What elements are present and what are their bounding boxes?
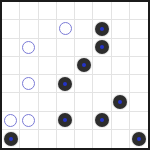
white-circle-clue	[4, 114, 17, 127]
black-circle-center-dot	[118, 100, 122, 104]
board-cell-r3c1[interactable]	[2, 39, 20, 57]
white-circle-clue	[59, 22, 72, 35]
board-cell-r7c8[interactable]	[130, 112, 148, 130]
board-cell-r5c2[interactable]	[20, 75, 38, 93]
black-circle-center-dot	[100, 118, 104, 122]
board-cell-r8c5[interactable]	[75, 130, 93, 148]
puzzle-stage	[0, 0, 150, 150]
board-cell-r3c5[interactable]	[75, 39, 93, 57]
white-circle-clue	[22, 114, 35, 127]
board-cell-r2c3[interactable]	[39, 20, 57, 38]
black-circle-clue	[95, 40, 109, 54]
board-cell-r6c1[interactable]	[2, 93, 20, 111]
board-cell-r4c5[interactable]	[75, 57, 93, 75]
board-cell-r7c1[interactable]	[2, 112, 20, 130]
board-cell-r4c8[interactable]	[130, 57, 148, 75]
board-cell-r6c4[interactable]	[57, 93, 75, 111]
board-cell-r6c8[interactable]	[130, 93, 148, 111]
black-circle-center-dot	[63, 82, 67, 86]
board-cell-r8c3[interactable]	[39, 130, 57, 148]
board-cell-r1c5[interactable]	[75, 2, 93, 20]
black-circle-clue	[95, 113, 109, 127]
board-cell-r7c5[interactable]	[75, 112, 93, 130]
board-cell-r4c1[interactable]	[2, 57, 20, 75]
white-circle-clue	[22, 77, 35, 90]
board-cell-r6c6[interactable]	[93, 93, 111, 111]
board-cell-r5c6[interactable]	[93, 75, 111, 93]
board-cell-r5c7[interactable]	[112, 75, 130, 93]
board-cell-r3c8[interactable]	[130, 39, 148, 57]
board-cell-r2c6[interactable]	[93, 20, 111, 38]
board-cell-r3c7[interactable]	[112, 39, 130, 57]
masyu-board	[0, 0, 150, 150]
board-cell-r5c4[interactable]	[57, 75, 75, 93]
board-cell-r1c1[interactable]	[2, 2, 20, 20]
board-cell-r5c3[interactable]	[39, 75, 57, 93]
board-cell-r1c2[interactable]	[20, 2, 38, 20]
board-cell-r1c7[interactable]	[112, 2, 130, 20]
board-cell-r8c8[interactable]	[130, 130, 148, 148]
black-circle-center-dot	[137, 137, 141, 141]
board-cell-r3c6[interactable]	[93, 39, 111, 57]
board-cell-r8c2[interactable]	[20, 130, 38, 148]
board-cell-r1c8[interactable]	[130, 2, 148, 20]
board-cell-r2c5[interactable]	[75, 20, 93, 38]
board-cell-r3c4[interactable]	[57, 39, 75, 57]
black-circle-clue	[58, 113, 72, 127]
board-cell-r6c7[interactable]	[112, 93, 130, 111]
board-cell-r7c3[interactable]	[39, 112, 57, 130]
board-cell-r7c6[interactable]	[93, 112, 111, 130]
black-circle-clue	[113, 95, 127, 109]
board-cell-r7c7[interactable]	[112, 112, 130, 130]
black-circle-center-dot	[100, 27, 104, 31]
board-cell-r8c4[interactable]	[57, 130, 75, 148]
board-cell-r6c2[interactable]	[20, 93, 38, 111]
board-cell-r4c4[interactable]	[57, 57, 75, 75]
board-cell-r5c8[interactable]	[130, 75, 148, 93]
board-cell-r1c3[interactable]	[39, 2, 57, 20]
board-cell-r6c3[interactable]	[39, 93, 57, 111]
board-cell-r2c4[interactable]	[57, 20, 75, 38]
board-cell-r2c8[interactable]	[130, 20, 148, 38]
board-cell-r7c2[interactable]	[20, 112, 38, 130]
white-circle-clue	[22, 41, 35, 54]
board-cell-r8c6[interactable]	[93, 130, 111, 148]
black-circle-clue	[132, 132, 146, 146]
board-cell-r3c3[interactable]	[39, 39, 57, 57]
board-cell-r2c2[interactable]	[20, 20, 38, 38]
black-circle-center-dot	[100, 45, 104, 49]
board-cell-r6c5[interactable]	[75, 93, 93, 111]
black-circle-clue	[77, 58, 91, 72]
black-circle-clue	[4, 132, 18, 146]
board-cell-r2c7[interactable]	[112, 20, 130, 38]
board-cell-r5c1[interactable]	[2, 75, 20, 93]
board-cell-r2c1[interactable]	[2, 20, 20, 38]
black-circle-center-dot	[9, 137, 13, 141]
board-cell-r4c6[interactable]	[93, 57, 111, 75]
black-circle-center-dot	[82, 63, 86, 67]
black-circle-clue	[58, 77, 72, 91]
black-circle-center-dot	[63, 118, 67, 122]
board-cell-r4c2[interactable]	[20, 57, 38, 75]
board-cell-r3c2[interactable]	[20, 39, 38, 57]
board-cell-r5c5[interactable]	[75, 75, 93, 93]
board-cell-r8c7[interactable]	[112, 130, 130, 148]
board-cell-r1c4[interactable]	[57, 2, 75, 20]
board-cell-r4c3[interactable]	[39, 57, 57, 75]
board-cell-r8c1[interactable]	[2, 130, 20, 148]
board-cell-r7c4[interactable]	[57, 112, 75, 130]
board-cell-r1c6[interactable]	[93, 2, 111, 20]
black-circle-clue	[95, 22, 109, 36]
board-cell-r4c7[interactable]	[112, 57, 130, 75]
